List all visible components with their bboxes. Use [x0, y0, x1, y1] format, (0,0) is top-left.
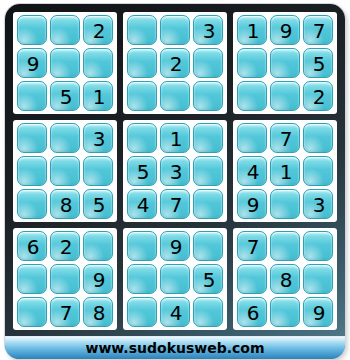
- given-digit: 6: [247, 303, 260, 323]
- cell-r2c8[interactable]: [270, 48, 300, 78]
- cell-r2c6[interactable]: [193, 48, 223, 78]
- cell-r5c6[interactable]: [193, 156, 223, 186]
- cell-r8c7[interactable]: [237, 264, 267, 294]
- cell-r2c7[interactable]: [237, 48, 267, 78]
- cell-r5c3[interactable]: [83, 156, 113, 186]
- cell-r3c6[interactable]: [193, 81, 223, 111]
- cell-r1c1[interactable]: [17, 15, 47, 45]
- cell-r4c6[interactable]: [193, 123, 223, 153]
- cell-r9c4[interactable]: [127, 297, 157, 327]
- cell-r1c2[interactable]: [50, 15, 80, 45]
- cell-r2c1[interactable]: 9: [17, 48, 47, 78]
- cell-r4c2[interactable]: [50, 123, 80, 153]
- cell-r6c5[interactable]: 7: [160, 189, 190, 219]
- cell-r2c9[interactable]: 5: [303, 48, 333, 78]
- given-digit: 3: [93, 129, 106, 149]
- cell-r4c7[interactable]: [237, 123, 267, 153]
- cell-r1c5[interactable]: [160, 15, 190, 45]
- given-digit: 2: [313, 87, 326, 107]
- cell-r1c8[interactable]: 9: [270, 15, 300, 45]
- cell-r9c3[interactable]: 8: [83, 297, 113, 327]
- given-digit: 5: [137, 162, 150, 182]
- given-digit: 2: [93, 21, 106, 41]
- given-digit: 9: [27, 54, 40, 74]
- given-digit: 7: [280, 129, 293, 149]
- cell-r2c3[interactable]: [83, 48, 113, 78]
- cell-r9c2[interactable]: 7: [50, 297, 80, 327]
- cell-r7c9[interactable]: [303, 231, 333, 261]
- cell-r3c7[interactable]: [237, 81, 267, 111]
- website-link[interactable]: www.sudokusweb.com: [85, 340, 264, 356]
- cell-r6c1[interactable]: [17, 189, 47, 219]
- box-1-1: 2951: [13, 12, 117, 114]
- cell-r5c2[interactable]: [50, 156, 80, 186]
- given-digit: 4: [247, 162, 260, 182]
- cell-r3c4[interactable]: [127, 81, 157, 111]
- sudoku-grid: 295132197523851534774193629789547869: [13, 12, 337, 330]
- cell-r7c7[interactable]: 7: [237, 231, 267, 261]
- given-digit: 2: [170, 54, 183, 74]
- cell-r7c6[interactable]: [193, 231, 223, 261]
- sudoku-board: 295132197523851534774193629789547869 www…: [5, 4, 345, 359]
- cell-r7c8[interactable]: [270, 231, 300, 261]
- cell-r9c8[interactable]: [270, 297, 300, 327]
- cell-r9c9[interactable]: 9: [303, 297, 333, 327]
- cell-r4c5[interactable]: 1: [160, 123, 190, 153]
- cell-r8c8[interactable]: 8: [270, 264, 300, 294]
- given-digit: 9: [247, 195, 260, 215]
- box-3-2: 954: [123, 228, 227, 330]
- cell-r8c5[interactable]: [160, 264, 190, 294]
- given-digit: 1: [280, 162, 293, 182]
- given-digit: 7: [170, 195, 183, 215]
- cell-r3c1[interactable]: [17, 81, 47, 111]
- cell-r1c7[interactable]: 1: [237, 15, 267, 45]
- given-digit: 5: [203, 270, 216, 290]
- given-digit: 5: [60, 87, 73, 107]
- cell-r4c1[interactable]: [17, 123, 47, 153]
- cell-r7c3[interactable]: [83, 231, 113, 261]
- cell-r8c1[interactable]: [17, 264, 47, 294]
- box-2-2: 15347: [123, 120, 227, 222]
- cell-r6c9[interactable]: 3: [303, 189, 333, 219]
- cell-r5c7[interactable]: 4: [237, 156, 267, 186]
- given-digit: 1: [247, 21, 260, 41]
- given-digit: 3: [313, 195, 326, 215]
- box-3-3: 7869: [233, 228, 337, 330]
- cell-r6c3[interactable]: 5: [83, 189, 113, 219]
- cell-r6c8[interactable]: [270, 189, 300, 219]
- cell-r6c4[interactable]: 4: [127, 189, 157, 219]
- given-digit: 4: [170, 303, 183, 323]
- given-digit: 5: [313, 54, 326, 74]
- given-digit: 7: [247, 237, 260, 257]
- cell-r5c5[interactable]: 3: [160, 156, 190, 186]
- cell-r7c1[interactable]: 6: [17, 231, 47, 261]
- cell-r4c8[interactable]: 7: [270, 123, 300, 153]
- cell-r7c2[interactable]: 2: [50, 231, 80, 261]
- box-2-1: 385: [13, 120, 117, 222]
- given-digit: 9: [93, 270, 106, 290]
- given-digit: 9: [313, 303, 326, 323]
- given-digit: 2: [60, 237, 73, 257]
- given-digit: 9: [280, 21, 293, 41]
- given-digit: 3: [170, 162, 183, 182]
- cell-r4c3[interactable]: 3: [83, 123, 113, 153]
- box-2-3: 74193: [233, 120, 337, 222]
- cell-r1c3[interactable]: 2: [83, 15, 113, 45]
- given-digit: 8: [93, 303, 106, 323]
- cell-r1c9[interactable]: 7: [303, 15, 333, 45]
- cell-r9c7[interactable]: 6: [237, 297, 267, 327]
- cell-r6c2[interactable]: 8: [50, 189, 80, 219]
- cell-r6c7[interactable]: 9: [237, 189, 267, 219]
- given-digit: 1: [170, 129, 183, 149]
- box-1-3: 19752: [233, 12, 337, 114]
- given-digit: 5: [93, 195, 106, 215]
- given-digit: 3: [203, 21, 216, 41]
- given-digit: 8: [280, 270, 293, 290]
- cell-r9c1[interactable]: [17, 297, 47, 327]
- box-3-1: 62978: [13, 228, 117, 330]
- cell-r8c6[interactable]: 5: [193, 264, 223, 294]
- cell-r6c6[interactable]: [193, 189, 223, 219]
- cell-r8c4[interactable]: [127, 264, 157, 294]
- cell-r7c4[interactable]: [127, 231, 157, 261]
- given-digit: 7: [60, 303, 73, 323]
- given-digit: 7: [313, 21, 326, 41]
- cell-r1c6[interactable]: 3: [193, 15, 223, 45]
- cell-r8c2[interactable]: [50, 264, 80, 294]
- cell-r5c8[interactable]: 1: [270, 156, 300, 186]
- cell-r7c5[interactable]: 9: [160, 231, 190, 261]
- cell-r4c9[interactable]: [303, 123, 333, 153]
- box-1-2: 32: [123, 12, 227, 114]
- cell-r5c9[interactable]: [303, 156, 333, 186]
- cell-r1c4[interactable]: [127, 15, 157, 45]
- cell-r3c2[interactable]: 5: [50, 81, 80, 111]
- cell-r3c3[interactable]: 1: [83, 81, 113, 111]
- cell-r9c6[interactable]: [193, 297, 223, 327]
- cell-r2c4[interactable]: [127, 48, 157, 78]
- footer-bar: www.sudokusweb.com: [5, 336, 345, 359]
- cell-r5c1[interactable]: [17, 156, 47, 186]
- cell-r5c4[interactable]: 5: [127, 156, 157, 186]
- cell-r2c2[interactable]: [50, 48, 80, 78]
- cell-r4c4[interactable]: [127, 123, 157, 153]
- cell-r3c9[interactable]: 2: [303, 81, 333, 111]
- given-digit: 6: [27, 237, 40, 257]
- cell-r8c9[interactable]: [303, 264, 333, 294]
- cell-r9c5[interactable]: 4: [160, 297, 190, 327]
- given-digit: 4: [137, 195, 150, 215]
- cell-r8c3[interactable]: 9: [83, 264, 113, 294]
- given-digit: 9: [170, 237, 183, 257]
- cell-r3c5[interactable]: [160, 81, 190, 111]
- cell-r2c5[interactable]: 2: [160, 48, 190, 78]
- given-digit: 1: [93, 87, 106, 107]
- cell-r3c8[interactable]: [270, 81, 300, 111]
- given-digit: 8: [60, 195, 73, 215]
